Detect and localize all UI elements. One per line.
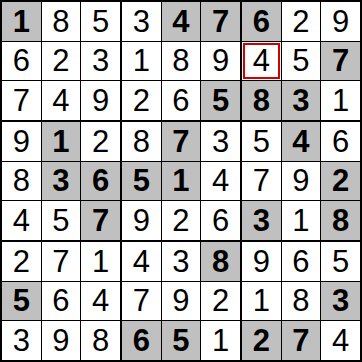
cell-r4c1[interactable]: 9 [2, 122, 41, 161]
box-r1c2: 347189265 [122, 2, 240, 120]
box-r1c1: 185623749 [2, 2, 120, 120]
cell-r7c4[interactable]: 4 [122, 242, 161, 281]
cell-r3c9[interactable]: 1 [321, 81, 360, 120]
cell-r1c9[interactable]: 9 [321, 2, 360, 41]
cell-r6c1[interactable]: 4 [2, 201, 41, 240]
cell-r9c4[interactable]: 6 [122, 321, 161, 360]
cell-r9c5[interactable]: 5 [162, 321, 201, 360]
cell-r8c3[interactable]: 4 [81, 282, 120, 321]
cell-r7c3[interactable]: 1 [81, 242, 120, 281]
cell-r6c6[interactable]: 6 [201, 201, 240, 240]
cell-r5c9[interactable]: 2 [321, 162, 360, 201]
cell-r9c6[interactable]: 1 [201, 321, 240, 360]
cell-r1c2[interactable]: 8 [42, 2, 81, 41]
cell-r8c2[interactable]: 6 [42, 282, 81, 321]
cell-r5c3[interactable]: 6 [81, 162, 120, 201]
cell-r2c8[interactable]: 5 [282, 42, 321, 81]
cell-r8c4[interactable]: 7 [122, 282, 161, 321]
cell-r9c2[interactable]: 9 [42, 321, 81, 360]
box-r3c2: 438792651 [122, 242, 240, 360]
cell-r4c9[interactable]: 6 [321, 122, 360, 161]
cell-r3c2[interactable]: 4 [42, 81, 81, 120]
cell-r9c8[interactable]: 7 [282, 321, 321, 360]
cell-r4c2[interactable]: 1 [42, 122, 81, 161]
cell-r3c3[interactable]: 9 [81, 81, 120, 120]
cell-r4c7[interactable]: 5 [242, 122, 281, 161]
box-r2c1: 912836457 [2, 122, 120, 240]
cell-r7c2[interactable]: 7 [42, 242, 81, 281]
cell-r6c5[interactable]: 2 [162, 201, 201, 240]
cell-r7c7[interactable]: 9 [242, 242, 281, 281]
cell-r8c1[interactable]: 5 [2, 282, 41, 321]
cell-r5c8[interactable]: 9 [282, 162, 321, 201]
cell-r7c8[interactable]: 6 [282, 242, 321, 281]
cell-r1c5[interactable]: 4 [162, 2, 201, 41]
cell-r4c6[interactable]: 3 [201, 122, 240, 161]
cell-r9c9[interactable]: 4 [321, 321, 360, 360]
cell-r6c8[interactable]: 1 [282, 201, 321, 240]
cell-r3c8[interactable]: 3 [282, 81, 321, 120]
box-r2c3: 546792318 [242, 122, 360, 240]
box-r3c3: 965183274 [242, 242, 360, 360]
cell-r4c4[interactable]: 8 [122, 122, 161, 161]
cell-r7c6[interactable]: 8 [201, 242, 240, 281]
cell-r6c2[interactable]: 5 [42, 201, 81, 240]
cell-r2c2[interactable]: 2 [42, 42, 81, 81]
cell-r5c4[interactable]: 5 [122, 162, 161, 201]
cell-r3c6[interactable]: 5 [201, 81, 240, 120]
cell-r4c3[interactable]: 2 [81, 122, 120, 161]
cell-r1c8[interactable]: 2 [282, 2, 321, 41]
cell-r1c7[interactable]: 6 [242, 2, 281, 41]
cell-r2c5[interactable]: 8 [162, 42, 201, 81]
box-r1c3: 629457831 [242, 2, 360, 120]
cell-r7c9[interactable]: 5 [321, 242, 360, 281]
cell-r7c5[interactable]: 3 [162, 242, 201, 281]
cell-r8c7[interactable]: 1 [242, 282, 281, 321]
cell-r5c1[interactable]: 8 [2, 162, 41, 201]
cell-r4c5[interactable]: 7 [162, 122, 201, 161]
cell-r7c1[interactable]: 2 [2, 242, 41, 281]
cell-r5c7[interactable]: 7 [242, 162, 281, 201]
cell-r2c6[interactable]: 9 [201, 42, 240, 81]
cell-r9c1[interactable]: 3 [2, 321, 41, 360]
cell-r6c7[interactable]: 3 [242, 201, 281, 240]
cell-r2c9[interactable]: 7 [321, 42, 360, 81]
cell-r3c5[interactable]: 6 [162, 81, 201, 120]
cell-r3c7[interactable]: 8 [242, 81, 281, 120]
cell-r6c9[interactable]: 8 [321, 201, 360, 240]
cell-r1c3[interactable]: 5 [81, 2, 120, 41]
cell-r2c4[interactable]: 1 [122, 42, 161, 81]
sudoku-board: 1856237493471892656294578319128364578735… [0, 0, 362, 362]
cell-r9c3[interactable]: 8 [81, 321, 120, 360]
cell-r6c4[interactable]: 9 [122, 201, 161, 240]
cell-r5c6[interactable]: 4 [201, 162, 240, 201]
cell-r4c8[interactable]: 4 [282, 122, 321, 161]
cell-r6c3[interactable]: 7 [81, 201, 120, 240]
cell-r8c5[interactable]: 9 [162, 282, 201, 321]
cell-r5c5[interactable]: 1 [162, 162, 201, 201]
box-r3c1: 271564398 [2, 242, 120, 360]
cell-r9c7[interactable]: 2 [242, 321, 281, 360]
cell-r5c2[interactable]: 3 [42, 162, 81, 201]
box-r2c2: 873514926 [122, 122, 240, 240]
cell-r1c4[interactable]: 3 [122, 2, 161, 41]
cell-r8c9[interactable]: 3 [321, 282, 360, 321]
cell-r3c4[interactable]: 2 [122, 81, 161, 120]
cell-r2c7[interactable]: 4 [242, 42, 281, 81]
cell-r1c6[interactable]: 7 [201, 2, 240, 41]
cell-r8c8[interactable]: 8 [282, 282, 321, 321]
cell-r8c6[interactable]: 2 [201, 282, 240, 321]
cell-r1c1[interactable]: 1 [2, 2, 41, 41]
cell-r3c1[interactable]: 7 [2, 81, 41, 120]
cell-r2c3[interactable]: 3 [81, 42, 120, 81]
cell-r2c1[interactable]: 6 [2, 42, 41, 81]
